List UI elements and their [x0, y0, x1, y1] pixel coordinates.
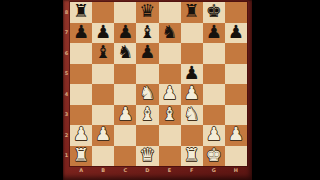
- black-pawn[interactable]: ♟: [117, 23, 133, 42]
- file-label-b: B: [92, 166, 114, 180]
- black-pawn[interactable]: ♟: [139, 43, 155, 62]
- white-knight[interactable]: ♞: [139, 84, 155, 103]
- square-a8[interactable]: ♜: [70, 2, 92, 23]
- black-knight[interactable]: ♞: [117, 43, 133, 62]
- file-label-c: C: [114, 166, 136, 180]
- white-pawn[interactable]: ♟: [161, 84, 177, 103]
- square-d3[interactable]: ♝: [136, 105, 158, 126]
- white-pawn[interactable]: ♟: [95, 125, 111, 144]
- file-label-e: E: [159, 166, 181, 180]
- square-h1[interactable]: [225, 146, 247, 167]
- square-b6[interactable]: ♝: [92, 43, 114, 64]
- square-c7[interactable]: ♟: [114, 23, 136, 44]
- square-c4[interactable]: [114, 84, 136, 105]
- white-pawn[interactable]: ♟: [73, 125, 89, 144]
- white-pawn[interactable]: ♟: [206, 125, 222, 144]
- square-h4[interactable]: [225, 84, 247, 105]
- square-h8[interactable]: [225, 2, 247, 23]
- white-queen[interactable]: ♛: [139, 146, 155, 165]
- square-d8[interactable]: ♛: [136, 2, 158, 23]
- square-g6[interactable]: [203, 43, 225, 64]
- square-a2[interactable]: ♟: [70, 125, 92, 146]
- square-b1[interactable]: [92, 146, 114, 167]
- square-d6[interactable]: ♟: [136, 43, 158, 64]
- square-a6[interactable]: [70, 43, 92, 64]
- square-g7[interactable]: ♟: [203, 23, 225, 44]
- black-bishop[interactable]: ♝: [95, 43, 111, 62]
- rank-label-7: 7: [63, 23, 70, 44]
- file-label-g: G: [203, 166, 225, 180]
- rank-label-6: 6: [63, 43, 70, 64]
- square-f3[interactable]: ♞: [181, 105, 203, 126]
- file-label-a: A: [70, 166, 92, 180]
- square-e1[interactable]: [159, 146, 181, 167]
- square-e3[interactable]: ♝: [159, 105, 181, 126]
- white-king[interactable]: ♚: [206, 146, 222, 165]
- letterbox-right: [252, 0, 320, 180]
- file-label-f: F: [181, 166, 203, 180]
- white-rook[interactable]: ♜: [73, 146, 89, 165]
- file-label-d: D: [136, 166, 158, 180]
- square-a4[interactable]: [70, 84, 92, 105]
- square-c1[interactable]: [114, 146, 136, 167]
- white-rook[interactable]: ♜: [184, 146, 200, 165]
- square-e4[interactable]: ♟: [159, 84, 181, 105]
- black-knight[interactable]: ♞: [161, 23, 177, 42]
- black-pawn[interactable]: ♟: [228, 23, 244, 42]
- chess-board[interactable]: ♜♛♜♚♟♟♟♝♞♟♟♝♞♟♟♞♟♟♟♝♝♞♟♟♟♟♜♛♜♚: [70, 2, 247, 166]
- square-g4[interactable]: [203, 84, 225, 105]
- black-king[interactable]: ♚: [206, 2, 222, 21]
- square-d4[interactable]: ♞: [136, 84, 158, 105]
- square-g2[interactable]: ♟: [203, 125, 225, 146]
- square-h3[interactable]: [225, 105, 247, 126]
- white-pawn[interactable]: ♟: [117, 105, 133, 124]
- rank-label-2: 2: [63, 125, 70, 146]
- square-b8[interactable]: [92, 2, 114, 23]
- square-d2[interactable]: [136, 125, 158, 146]
- square-c6[interactable]: ♞: [114, 43, 136, 64]
- board-frame: 87654321 ♜♛♜♚♟♟♟♝♞♟♟♝♞♟♟♞♟♟♟♝♝♞♟♟♟♟♜♛♜♚ …: [63, 0, 252, 180]
- black-pawn[interactable]: ♟: [184, 64, 200, 83]
- square-c2[interactable]: [114, 125, 136, 146]
- white-knight[interactable]: ♞: [184, 105, 200, 124]
- square-b4[interactable]: [92, 84, 114, 105]
- square-e8[interactable]: [159, 2, 181, 23]
- black-bishop[interactable]: ♝: [139, 23, 155, 42]
- square-f7[interactable]: [181, 23, 203, 44]
- file-labels: ABCDEFGH: [70, 166, 247, 180]
- square-h2[interactable]: ♟: [225, 125, 247, 146]
- square-f5[interactable]: ♟: [181, 64, 203, 85]
- square-g3[interactable]: [203, 105, 225, 126]
- square-b2[interactable]: ♟: [92, 125, 114, 146]
- rank-label-8: 8: [63, 2, 70, 23]
- black-queen[interactable]: ♛: [139, 2, 155, 21]
- square-h7[interactable]: ♟: [225, 23, 247, 44]
- rank-label-3: 3: [63, 105, 70, 126]
- rank-labels: 87654321: [63, 2, 70, 166]
- square-f8[interactable]: ♜: [181, 2, 203, 23]
- square-e7[interactable]: ♞: [159, 23, 181, 44]
- square-d5[interactable]: [136, 64, 158, 85]
- square-f2[interactable]: [181, 125, 203, 146]
- square-g1[interactable]: ♚: [203, 146, 225, 167]
- square-e5[interactable]: [159, 64, 181, 85]
- rank-label-5: 5: [63, 64, 70, 85]
- black-pawn[interactable]: ♟: [95, 23, 111, 42]
- square-f6[interactable]: [181, 43, 203, 64]
- square-b7[interactable]: ♟: [92, 23, 114, 44]
- square-e6[interactable]: [159, 43, 181, 64]
- square-c5[interactable]: [114, 64, 136, 85]
- white-pawn[interactable]: ♟: [184, 84, 200, 103]
- black-pawn[interactable]: ♟: [206, 23, 222, 42]
- square-d1[interactable]: ♛: [136, 146, 158, 167]
- square-h6[interactable]: [225, 43, 247, 64]
- square-f1[interactable]: ♜: [181, 146, 203, 167]
- square-a7[interactable]: ♟: [70, 23, 92, 44]
- square-a5[interactable]: [70, 64, 92, 85]
- letterbox-left: [0, 0, 63, 180]
- video-frame: { "game": "chess", "position": { "fen": …: [0, 0, 320, 180]
- square-c8[interactable]: [114, 2, 136, 23]
- square-d7[interactable]: ♝: [136, 23, 158, 44]
- black-rook[interactable]: ♜: [184, 2, 200, 21]
- square-a3[interactable]: [70, 105, 92, 126]
- black-rook[interactable]: ♜: [73, 2, 89, 21]
- black-pawn[interactable]: ♟: [73, 23, 89, 42]
- white-bishop[interactable]: ♝: [139, 105, 155, 124]
- square-e2[interactable]: [159, 125, 181, 146]
- square-c3[interactable]: ♟: [114, 105, 136, 126]
- square-h5[interactable]: [225, 64, 247, 85]
- rank-label-1: 1: [63, 146, 70, 167]
- white-bishop[interactable]: ♝: [161, 105, 177, 124]
- white-pawn[interactable]: ♟: [228, 125, 244, 144]
- square-b5[interactable]: [92, 64, 114, 85]
- square-f4[interactable]: ♟: [181, 84, 203, 105]
- square-g8[interactable]: ♚: [203, 2, 225, 23]
- rank-label-4: 4: [63, 84, 70, 105]
- square-a1[interactable]: ♜: [70, 146, 92, 167]
- file-label-h: H: [225, 166, 247, 180]
- square-b3[interactable]: [92, 105, 114, 126]
- square-g5[interactable]: [203, 64, 225, 85]
